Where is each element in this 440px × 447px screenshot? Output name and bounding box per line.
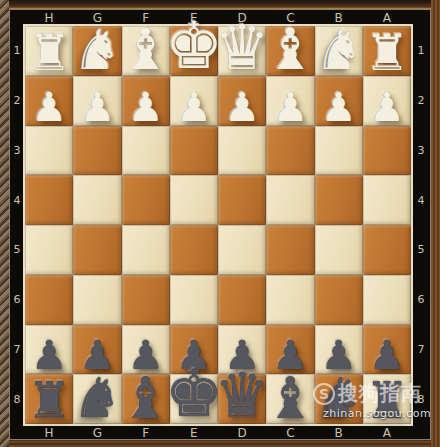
square-c5[interactable] <box>266 225 314 275</box>
square-b4[interactable] <box>315 175 363 225</box>
rank-label-right-1: 1 <box>411 26 431 76</box>
square-g6[interactable] <box>73 275 121 325</box>
square-h2[interactable]: ♟ <box>25 76 73 126</box>
piece-white-bishop-c1[interactable]: ♝ <box>265 23 316 75</box>
watermark-brand-row: S 搜狗指南 <box>313 380 440 407</box>
square-e5[interactable] <box>170 225 218 275</box>
board-frame-bottom <box>0 440 440 447</box>
square-a3[interactable] <box>363 126 411 176</box>
square-c6[interactable] <box>266 275 314 325</box>
piece-white-knight-g1[interactable]: ♞ <box>73 25 122 76</box>
square-h6[interactable] <box>25 275 73 325</box>
square-f6[interactable] <box>122 275 170 325</box>
square-a4[interactable] <box>363 175 411 225</box>
square-h7[interactable]: ♟ <box>25 325 73 375</box>
square-a1[interactable]: ♜ <box>363 26 411 76</box>
square-e3[interactable] <box>170 126 218 176</box>
square-g1[interactable]: ♞ <box>73 26 121 76</box>
rank-labels-right: 12345678 <box>411 26 431 424</box>
square-b2[interactable]: ♟ <box>315 76 363 126</box>
square-d2[interactable]: ♟ <box>218 76 266 126</box>
square-b5[interactable] <box>315 225 363 275</box>
square-g5[interactable] <box>73 225 121 275</box>
piece-white-pawn-h2[interactable]: ♟ <box>31 89 67 126</box>
watermark-brand-text: 搜狗指南 <box>338 380 422 407</box>
piece-black-pawn-a7[interactable]: ♟ <box>369 337 405 374</box>
piece-black-bishop-c8[interactable]: ♝ <box>265 372 316 424</box>
piece-white-bishop-f1[interactable]: ♝ <box>120 23 171 75</box>
square-d3[interactable] <box>218 126 266 176</box>
square-c8[interactable]: ♝ <box>266 374 314 424</box>
square-e6[interactable] <box>170 275 218 325</box>
square-a2[interactable]: ♟ <box>363 76 411 126</box>
square-c1[interactable]: ♝ <box>266 26 314 76</box>
square-d5[interactable] <box>218 225 266 275</box>
piece-black-rook-h8[interactable]: ♜ <box>27 378 72 424</box>
square-h1[interactable]: ♜ <box>25 26 73 76</box>
piece-white-pawn-g2[interactable]: ♟ <box>79 89 115 126</box>
piece-white-pawn-f2[interactable]: ♟ <box>128 89 164 126</box>
square-h3[interactable] <box>25 126 73 176</box>
piece-white-rook-a1[interactable]: ♜ <box>364 30 409 76</box>
square-d8[interactable]: ♛ <box>218 374 266 424</box>
square-a6[interactable] <box>363 275 411 325</box>
square-g8[interactable]: ♞ <box>73 374 121 424</box>
square-a5[interactable] <box>363 225 411 275</box>
piece-black-knight-g8[interactable]: ♞ <box>73 373 122 424</box>
square-c4[interactable] <box>266 175 314 225</box>
square-c3[interactable] <box>266 126 314 176</box>
square-h8[interactable]: ♜ <box>25 374 73 424</box>
square-a7[interactable]: ♟ <box>363 325 411 375</box>
watermark-url-text: zhinan.sogou.com <box>323 407 440 420</box>
piece-black-pawn-h7[interactable]: ♟ <box>31 337 67 374</box>
square-f4[interactable] <box>122 175 170 225</box>
piece-white-pawn-a2[interactable]: ♟ <box>369 89 405 126</box>
square-b6[interactable] <box>315 275 363 325</box>
square-d6[interactable] <box>218 275 266 325</box>
square-g4[interactable] <box>73 175 121 225</box>
rank-label-right-3: 3 <box>411 126 431 176</box>
sogou-logo-icon: S <box>313 383 335 405</box>
square-d1[interactable]: ♛ <box>218 26 266 76</box>
rank-label-right-6: 6 <box>411 275 431 325</box>
square-h4[interactable] <box>25 175 73 225</box>
rank-label-right-5: 5 <box>411 225 431 275</box>
square-f5[interactable] <box>122 225 170 275</box>
piece-white-pawn-c2[interactable]: ♟ <box>272 89 308 126</box>
square-e1[interactable]: ♚ <box>170 26 218 76</box>
square-h5[interactable] <box>25 225 73 275</box>
rank-label-right-4: 4 <box>411 175 431 225</box>
square-b3[interactable] <box>315 126 363 176</box>
piece-black-queen-d8[interactable]: ♛ <box>214 367 270 424</box>
square-g3[interactable] <box>73 126 121 176</box>
square-f3[interactable] <box>122 126 170 176</box>
chess-app-window: HGFEDCBA 12345678 12345678 HGFEDCBA ♜♞♝♚… <box>0 0 440 447</box>
square-g2[interactable]: ♟ <box>73 76 121 126</box>
square-e8[interactable]: ♚ <box>170 374 218 424</box>
board-frame-left <box>0 0 9 447</box>
rank-label-right-7: 7 <box>411 325 431 375</box>
piece-black-bishop-f8[interactable]: ♝ <box>120 372 171 424</box>
piece-white-knight-b1[interactable]: ♞ <box>314 25 363 76</box>
square-d4[interactable] <box>218 175 266 225</box>
square-f8[interactable]: ♝ <box>122 374 170 424</box>
chess-board[interactable]: ♜♞♝♚♛♝♞♜♟♟♟♟♟♟♟♟♟♟♟♟♟♟♟♟♜♞♝♚♛♝♞♜ <box>23 24 413 426</box>
piece-white-pawn-d2[interactable]: ♟ <box>224 89 260 126</box>
square-c2[interactable]: ♟ <box>266 76 314 126</box>
piece-white-pawn-b2[interactable]: ♟ <box>321 89 357 126</box>
piece-white-rook-h1[interactable]: ♜ <box>27 30 72 76</box>
rank-label-right-2: 2 <box>411 76 431 126</box>
piece-white-pawn-e2[interactable]: ♟ <box>176 89 212 126</box>
square-e4[interactable] <box>170 175 218 225</box>
square-f1[interactable]: ♝ <box>122 26 170 76</box>
square-f2[interactable]: ♟ <box>122 76 170 126</box>
square-b1[interactable]: ♞ <box>315 26 363 76</box>
square-e2[interactable]: ♟ <box>170 76 218 126</box>
piece-white-queen-d1[interactable]: ♛ <box>214 19 270 76</box>
watermark: S 搜狗指南 zhinan.sogou.com <box>313 380 440 420</box>
